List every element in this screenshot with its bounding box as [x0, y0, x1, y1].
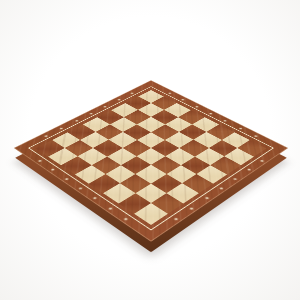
- border-dot: [233, 177, 238, 180]
- chess-board: [14, 80, 288, 242]
- border-dot: [209, 112, 213, 114]
- border-dot: [173, 217, 178, 220]
- border-dot: [44, 135, 48, 137]
- border-dot: [59, 127, 63, 129]
- border-dot: [168, 92, 172, 94]
- border-dot: [224, 120, 228, 122]
- border-dot: [189, 207, 194, 210]
- border-dot: [89, 112, 93, 114]
- border-dot: [254, 135, 258, 137]
- border-dot: [130, 92, 134, 94]
- border-dot: [195, 105, 199, 107]
- border-dot: [204, 197, 209, 200]
- border-dot: [246, 168, 250, 171]
- border-dot: [79, 187, 84, 190]
- border-dot: [74, 120, 78, 122]
- border-dot: [181, 99, 185, 101]
- playing-field: [36, 90, 267, 225]
- border-dot: [219, 187, 224, 190]
- border-dot: [239, 127, 243, 129]
- product-photo-scene: [0, 0, 300, 300]
- border-dot: [93, 197, 98, 200]
- border-dot: [51, 168, 55, 171]
- border-dot: [108, 207, 113, 210]
- border-dot: [260, 159, 264, 162]
- border-dot: [65, 177, 70, 180]
- border-dot: [124, 217, 129, 220]
- border-dot: [103, 105, 107, 107]
- border-dot: [38, 159, 42, 162]
- border-dot: [117, 99, 121, 101]
